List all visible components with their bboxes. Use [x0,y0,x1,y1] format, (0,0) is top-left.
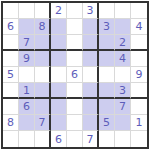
given-digit: 3 [119,84,126,95]
sudoku-cell-r9c6[interactable]: 7 [83,131,99,147]
sudoku-cell-r2c2[interactable] [19,19,35,35]
given-digit: 8 [39,21,46,32]
sudoku-cell-r3c9[interactable] [131,35,147,51]
sudoku-grid: 23683472945691367875167 [1,1,149,149]
sudoku-cell-r8c5[interactable] [67,115,83,131]
sudoku-cell-r7c4[interactable] [51,99,67,115]
sudoku-cell-r6c5[interactable] [67,83,83,99]
given-digit: 6 [55,133,62,144]
sudoku-cell-r8c2[interactable] [19,115,35,131]
sudoku-cell-r4c4[interactable] [51,51,67,67]
sudoku-cell-r4c7[interactable] [99,51,115,67]
given-digit: 6 [71,69,78,80]
sudoku-cell-r4c6[interactable] [83,51,99,67]
sudoku-cell-r1c2[interactable] [19,3,35,19]
sudoku-cell-r1c1[interactable] [3,3,19,19]
sudoku-cell-r7c1[interactable] [3,99,19,115]
sudoku-cell-r8c6[interactable] [83,115,99,131]
sudoku-board: 23683472945691367875167 [1,1,149,149]
sudoku-cell-r5c3[interactable] [35,67,51,83]
sudoku-cell-r3c5[interactable] [67,35,83,51]
sudoku-cell-r4c1[interactable] [3,51,19,67]
sudoku-cell-r8c7[interactable]: 5 [99,115,115,131]
given-digit: 7 [39,117,46,128]
given-digit: 9 [23,53,30,64]
sudoku-cell-r3c7[interactable] [99,35,115,51]
sudoku-cell-r1c5[interactable] [67,3,83,19]
sudoku-cell-r2c3[interactable]: 8 [35,19,51,35]
sudoku-cell-r3c4[interactable] [51,35,67,51]
sudoku-cell-r7c5[interactable] [67,99,83,115]
sudoku-cell-r5c2[interactable] [19,67,35,83]
given-digit: 7 [23,36,30,47]
sudoku-cell-r2c1[interactable]: 6 [3,19,19,35]
sudoku-cell-r4c9[interactable] [131,51,147,67]
sudoku-cell-r7c7[interactable] [99,99,115,115]
sudoku-cell-r6c6[interactable] [83,83,99,99]
sudoku-cell-r3c8[interactable]: 2 [115,35,131,51]
given-digit: 3 [103,21,110,32]
sudoku-cell-r4c8[interactable]: 4 [115,51,131,67]
sudoku-cell-r3c3[interactable] [35,35,51,51]
sudoku-cell-r6c8[interactable]: 3 [115,83,131,99]
sudoku-cell-r6c2[interactable]: 1 [19,83,35,99]
sudoku-cell-r2c5[interactable] [67,19,83,35]
given-digit: 5 [7,69,14,80]
given-digit: 7 [87,133,94,144]
sudoku-cell-r5c8[interactable] [115,67,131,83]
given-digit: 7 [119,101,126,112]
given-digit: 1 [23,84,30,95]
sudoku-cell-r7c3[interactable] [35,99,51,115]
sudoku-cell-r9c3[interactable] [35,131,51,147]
sudoku-cell-r8c3[interactable]: 7 [35,115,51,131]
sudoku-cell-r9c8[interactable] [115,131,131,147]
given-digit: 8 [7,117,14,128]
sudoku-cell-r7c9[interactable] [131,99,147,115]
sudoku-cell-r4c2[interactable]: 9 [19,51,35,67]
sudoku-cell-r8c9[interactable]: 1 [131,115,147,131]
given-digit: 6 [23,101,30,112]
sudoku-cell-r6c1[interactable] [3,83,19,99]
sudoku-cell-r5c1[interactable]: 5 [3,67,19,83]
sudoku-cell-r9c5[interactable] [67,131,83,147]
sudoku-cell-r1c7[interactable] [99,3,115,19]
sudoku-cell-r2c9[interactable]: 4 [131,19,147,35]
sudoku-cell-r6c7[interactable] [99,83,115,99]
sudoku-cell-r2c8[interactable] [115,19,131,35]
given-digit: 2 [55,5,62,16]
given-digit: 4 [136,21,143,32]
sudoku-cell-r8c4[interactable] [51,115,67,131]
sudoku-cell-r4c5[interactable] [67,51,83,67]
given-digit: 2 [119,36,126,47]
sudoku-cell-r6c3[interactable] [35,83,51,99]
given-digit: 9 [136,69,143,80]
given-digit: 4 [119,53,126,64]
given-digit: 3 [87,5,94,16]
sudoku-cell-r9c9[interactable] [131,131,147,147]
sudoku-cell-r1c9[interactable] [131,3,147,19]
sudoku-cell-r3c1[interactable] [3,35,19,51]
given-digit: 6 [7,21,14,32]
sudoku-cell-r8c8[interactable] [115,115,131,131]
sudoku-cell-r8c1[interactable]: 8 [3,115,19,131]
sudoku-cell-r2c4[interactable] [51,19,67,35]
sudoku-cell-r9c4[interactable]: 6 [51,131,67,147]
sudoku-cell-r7c2[interactable]: 6 [19,99,35,115]
sudoku-cell-r1c6[interactable]: 3 [83,3,99,19]
given-digit: 5 [103,117,110,128]
given-digit: 1 [136,117,143,128]
sudoku-cell-r3c6[interactable] [83,35,99,51]
sudoku-cell-r6c9[interactable] [131,83,147,99]
sudoku-cell-r2c6[interactable] [83,19,99,35]
sudoku-cell-r3c2[interactable]: 7 [19,35,35,51]
sudoku-cell-r7c6[interactable] [83,99,99,115]
sudoku-cell-r5c5[interactable]: 6 [67,67,83,83]
sudoku-cell-r9c2[interactable] [19,131,35,147]
sudoku-cell-r5c7[interactable] [99,67,115,83]
sudoku-cell-r1c8[interactable] [115,3,131,19]
sudoku-cell-r9c7[interactable] [99,131,115,147]
sudoku-cell-r4c3[interactable] [35,51,51,67]
sudoku-cell-r2c7[interactable]: 3 [99,19,115,35]
sudoku-cell-r6c4[interactable] [51,83,67,99]
sudoku-cell-r5c9[interactable]: 9 [131,67,147,83]
sudoku-cell-r9c1[interactable] [3,131,19,147]
sudoku-cell-r5c6[interactable] [83,67,99,83]
sudoku-cell-r7c8[interactable]: 7 [115,99,131,115]
sudoku-cell-r1c4[interactable]: 2 [51,3,67,19]
sudoku-cell-r5c4[interactable] [51,67,67,83]
sudoku-cell-r1c3[interactable] [35,3,51,19]
